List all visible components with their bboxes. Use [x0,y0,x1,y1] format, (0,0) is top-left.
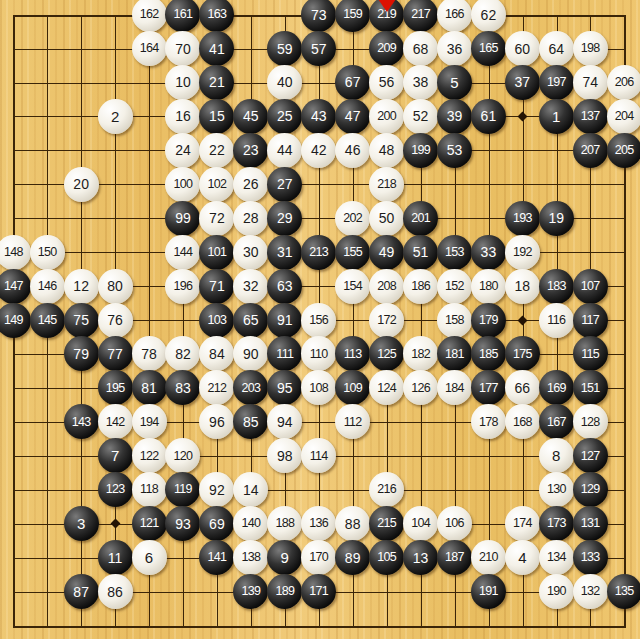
stone: 156 [301,303,336,338]
stone: 169 [539,370,574,405]
stone: 1 [539,99,574,134]
stone: 29 [267,201,302,236]
stone: 16 [165,99,200,134]
stone: 170 [301,540,336,575]
stone: 184 [437,370,472,405]
stone: 41 [199,31,234,66]
stone: 20 [64,167,99,202]
stone: 215 [369,506,404,541]
stone: 137 [573,99,608,134]
stone: 39 [437,99,472,134]
stone: 63 [267,269,302,304]
stone: 65 [233,303,268,338]
stone: 48 [369,133,404,168]
stone: 104 [403,506,438,541]
stone: 111 [267,336,302,371]
stone: 108 [301,370,336,405]
stone: 206 [607,65,640,100]
stone: 103 [199,303,234,338]
stone: 171 [301,574,336,609]
stone: 83 [165,370,200,405]
stone: 47 [335,99,370,134]
stone: 69 [199,506,234,541]
stone: 105 [369,540,404,575]
stone: 73 [301,0,336,32]
stone: 180 [471,269,506,304]
stone: 140 [233,506,268,541]
stone: 96 [199,404,234,439]
stone: 60 [505,31,540,66]
stone: 195 [98,370,133,405]
stone: 123 [98,472,133,507]
stone: 139 [233,574,268,609]
stone: 152 [437,269,472,304]
stone: 193 [505,201,540,236]
stone: 185 [471,336,506,371]
stone: 79 [64,336,99,371]
stone: 217 [403,0,438,32]
stone: 167 [539,404,574,439]
stone: 212 [199,370,234,405]
stone: 218 [369,167,404,202]
stone: 117 [573,303,608,338]
stone: 213 [301,235,336,270]
stone: 182 [403,336,438,371]
stone: 142 [98,404,133,439]
stone: 7 [98,438,133,473]
stone: 183 [539,269,574,304]
stone: 146 [30,269,65,304]
stone: 131 [573,506,608,541]
stone: 98 [267,438,302,473]
stone: 164 [132,31,167,66]
stone: 31 [267,235,302,270]
stone: 204 [607,99,640,134]
stone: 158 [437,303,472,338]
stone: 120 [165,438,200,473]
stone: 135 [607,574,640,609]
stone: 207 [573,133,608,168]
stone: 4 [505,540,540,575]
stone: 178 [471,404,506,439]
stone: 177 [471,370,506,405]
stone: 197 [539,65,574,100]
stone: 72 [199,201,234,236]
stone: 141 [199,540,234,575]
stone: 50 [369,201,404,236]
stone: 121 [132,506,167,541]
stone: 70 [165,31,200,66]
stone: 172 [369,303,404,338]
stone: 136 [301,506,336,541]
stone: 116 [539,303,574,338]
stone: 25 [267,99,302,134]
stone: 24 [165,133,200,168]
go-board[interactable]: 1621611637315921921716662164704159572096… [0,0,640,639]
stone: 188 [267,506,302,541]
stone: 27 [267,167,302,202]
stone: 118 [132,472,167,507]
stone: 28 [233,201,268,236]
stone: 107 [573,269,608,304]
stone: 149 [0,303,31,338]
stone: 175 [505,336,540,371]
stone: 122 [132,438,167,473]
stone: 201 [403,201,438,236]
stone: 186 [403,269,438,304]
stone: 67 [335,65,370,100]
stone: 81 [132,370,167,405]
stone: 76 [98,303,133,338]
stone: 101 [199,235,234,270]
stone: 38 [403,65,438,100]
stone: 129 [573,472,608,507]
stone: 82 [165,336,200,371]
stone: 143 [64,404,99,439]
stone: 148 [0,235,31,270]
stone: 192 [505,235,540,270]
stone: 166 [437,0,472,32]
stone: 91 [267,303,302,338]
stone: 85 [233,404,268,439]
stone: 8 [539,438,574,473]
stone: 94 [267,404,302,439]
stone: 198 [573,31,608,66]
stone: 109 [335,370,370,405]
stone: 189 [267,574,302,609]
stone: 165 [471,31,506,66]
stone: 130 [539,472,574,507]
stone: 6 [132,540,167,575]
stone: 22 [199,133,234,168]
stone: 12 [64,269,99,304]
stone: 66 [505,370,540,405]
stone: 57 [301,31,336,66]
stone: 78 [132,336,167,371]
stone: 155 [335,235,370,270]
stone: 133 [573,540,608,575]
stone: 128 [573,404,608,439]
stone: 159 [335,0,370,32]
stone: 209 [369,31,404,66]
stone: 19 [539,201,574,236]
stone: 92 [199,472,234,507]
stone: 59 [267,31,302,66]
stone: 36 [437,31,472,66]
stone: 210 [471,540,506,575]
stone: 95 [267,370,302,405]
stone: 208 [369,269,404,304]
stone: 84 [199,336,234,371]
stone: 14 [233,472,268,507]
stone: 174 [505,506,540,541]
stone: 43 [301,99,336,134]
stone: 150 [30,235,65,270]
stone: 45 [233,99,268,134]
stone: 119 [165,472,200,507]
stone: 106 [437,506,472,541]
stone: 132 [573,574,608,609]
stone: 147 [0,269,31,304]
stone: 216 [369,472,404,507]
stone: 75 [64,303,99,338]
stone: 127 [573,438,608,473]
stone: 32 [233,269,268,304]
stone: 10 [165,65,200,100]
stone: 187 [437,540,472,575]
stone: 200 [369,99,404,134]
stone: 86 [98,574,133,609]
stone: 61 [471,99,506,134]
stone: 2 [98,99,133,134]
stone: 9 [267,540,302,575]
stone: 205 [607,133,640,168]
stone: 196 [165,269,200,304]
stone: 88 [335,506,370,541]
stone: 134 [539,540,574,575]
stone: 161 [165,0,200,32]
stone: 202 [335,201,370,236]
stone: 199 [403,133,438,168]
stone: 203 [233,370,268,405]
stone: 151 [573,370,608,405]
stone: 46 [335,133,370,168]
stone: 115 [573,336,608,371]
stone: 145 [30,303,65,338]
stone: 52 [403,99,438,134]
stone: 49 [369,235,404,270]
stone: 44 [267,133,302,168]
stone: 40 [267,65,302,100]
stone: 162 [132,0,167,32]
stone: 87 [64,574,99,609]
stone: 80 [98,269,133,304]
stone: 153 [437,235,472,270]
stone: 30 [233,235,268,270]
stone: 62 [471,0,506,32]
stone: 26 [233,167,268,202]
stone: 163 [199,0,234,32]
stone: 74 [573,65,608,100]
stone: 125 [369,336,404,371]
stone: 173 [539,506,574,541]
stone: 154 [335,269,370,304]
stone: 56 [369,65,404,100]
stone: 126 [403,370,438,405]
stone: 144 [165,235,200,270]
stone: 194 [132,404,167,439]
stone: 51 [403,235,438,270]
stone: 89 [335,540,370,575]
stone: 21 [199,65,234,100]
stone: 93 [165,506,200,541]
stone: 53 [437,133,472,168]
stone: 191 [471,574,506,609]
stone: 68 [403,31,438,66]
last-move-marker [378,0,396,12]
stone: 124 [369,370,404,405]
stone: 100 [165,167,200,202]
stone: 23 [233,133,268,168]
stone: 37 [505,65,540,100]
stone: 190 [539,574,574,609]
stone: 112 [335,404,370,439]
stone: 5 [437,65,472,100]
stone: 99 [165,201,200,236]
stone: 11 [98,540,133,575]
stone: 110 [301,336,336,371]
stone: 138 [233,540,268,575]
stone: 113 [335,336,370,371]
stone: 90 [233,336,268,371]
stone: 3 [64,506,99,541]
stone: 13 [403,540,438,575]
board-grid: 1621611637315921921716662164704159572096… [0,0,640,639]
stone: 15 [199,99,234,134]
stone: 18 [505,269,540,304]
stone: 77 [98,336,133,371]
stone: 181 [437,336,472,371]
stone: 179 [471,303,506,338]
stone: 168 [505,404,540,439]
stone: 33 [471,235,506,270]
stone: 42 [301,133,336,168]
stone: 64 [539,31,574,66]
stone: 71 [199,269,234,304]
stone: 102 [199,167,234,202]
stone: 114 [301,438,336,473]
